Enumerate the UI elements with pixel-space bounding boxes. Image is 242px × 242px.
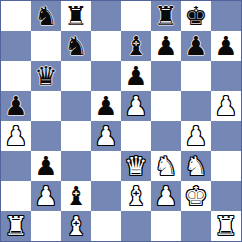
piece-white-pawn-h5[interactable]: ♟ — [214, 91, 237, 121]
square-a2[interactable] — [1, 181, 31, 211]
square-g3[interactable]: ♞ — [181, 151, 211, 181]
square-b3[interactable]: ♟ — [31, 151, 61, 181]
square-g6[interactable] — [181, 61, 211, 91]
piece-white-bishop-e2[interactable]: ♝ — [124, 181, 147, 211]
square-e8[interactable] — [121, 1, 151, 31]
square-c6[interactable] — [61, 61, 91, 91]
chessboard-container: ♞♜♜♚♞♝♟♟♟♛♟♟♟♟♟♟♟♟♟♛♞♞♟♝♝♟♚♜♝♜ — [0, 0, 242, 242]
square-g1[interactable] — [181, 211, 211, 241]
square-d8[interactable] — [91, 1, 121, 31]
piece-black-bishop-e7[interactable]: ♝ — [124, 31, 147, 61]
square-e1[interactable] — [121, 211, 151, 241]
square-f5[interactable] — [151, 91, 181, 121]
square-g8[interactable]: ♚ — [181, 1, 211, 31]
square-a6[interactable] — [1, 61, 31, 91]
piece-white-pawn-e5[interactable]: ♟ — [124, 91, 147, 121]
square-c1[interactable]: ♝ — [61, 211, 91, 241]
piece-black-queen-b6[interactable]: ♛ — [34, 61, 57, 91]
square-f1[interactable] — [151, 211, 181, 241]
square-h6[interactable] — [211, 61, 241, 91]
square-e3[interactable]: ♛ — [121, 151, 151, 181]
square-e2[interactable]: ♝ — [121, 181, 151, 211]
piece-black-pawn-f7[interactable]: ♟ — [154, 31, 177, 61]
piece-white-pawn-g4[interactable]: ♟ — [184, 121, 207, 151]
piece-black-pawn-e6[interactable]: ♟ — [124, 61, 147, 91]
piece-white-queen-e3[interactable]: ♛ — [124, 151, 147, 181]
piece-black-pawn-g7[interactable]: ♟ — [184, 31, 207, 61]
piece-white-bishop-c1[interactable]: ♝ — [64, 211, 87, 241]
piece-black-rook-f8[interactable]: ♜ — [154, 1, 177, 31]
square-d1[interactable] — [91, 211, 121, 241]
piece-black-knight-b8[interactable]: ♞ — [34, 1, 57, 31]
square-d4[interactable]: ♟ — [91, 121, 121, 151]
square-d3[interactable] — [91, 151, 121, 181]
square-f8[interactable]: ♜ — [151, 1, 181, 31]
square-a5[interactable]: ♟ — [1, 91, 31, 121]
square-g2[interactable]: ♚ — [181, 181, 211, 211]
square-g5[interactable] — [181, 91, 211, 121]
square-e5[interactable]: ♟ — [121, 91, 151, 121]
square-b4[interactable] — [31, 121, 61, 151]
piece-black-rook-c8[interactable]: ♜ — [64, 1, 87, 31]
square-h5[interactable]: ♟ — [211, 91, 241, 121]
square-c5[interactable] — [61, 91, 91, 121]
square-b6[interactable]: ♛ — [31, 61, 61, 91]
square-b5[interactable] — [31, 91, 61, 121]
square-a7[interactable] — [1, 31, 31, 61]
square-d2[interactable] — [91, 181, 121, 211]
piece-black-knight-c7[interactable]: ♞ — [64, 31, 87, 61]
square-c7[interactable]: ♞ — [61, 31, 91, 61]
square-g4[interactable]: ♟ — [181, 121, 211, 151]
piece-black-pawn-d5[interactable]: ♟ — [94, 91, 117, 121]
square-b7[interactable] — [31, 31, 61, 61]
piece-black-pawn-a5[interactable]: ♟ — [4, 91, 27, 121]
square-c4[interactable] — [61, 121, 91, 151]
square-c2[interactable]: ♝ — [61, 181, 91, 211]
square-c3[interactable] — [61, 151, 91, 181]
square-h1[interactable]: ♜ — [211, 211, 241, 241]
square-f4[interactable] — [151, 121, 181, 151]
piece-white-knight-g3[interactable]: ♞ — [184, 151, 207, 181]
square-a3[interactable] — [1, 151, 31, 181]
piece-white-pawn-d4[interactable]: ♟ — [94, 121, 117, 151]
piece-white-pawn-b2[interactable]: ♟ — [34, 181, 57, 211]
square-a4[interactable]: ♟ — [1, 121, 31, 151]
piece-white-king-g2[interactable]: ♚ — [184, 181, 207, 211]
square-c8[interactable]: ♜ — [61, 1, 91, 31]
piece-white-rook-a1[interactable]: ♜ — [4, 211, 27, 241]
square-f7[interactable]: ♟ — [151, 31, 181, 61]
square-f6[interactable] — [151, 61, 181, 91]
square-h8[interactable] — [211, 1, 241, 31]
square-f2[interactable]: ♟ — [151, 181, 181, 211]
piece-black-pawn-b3[interactable]: ♟ — [34, 151, 57, 181]
piece-white-pawn-a4[interactable]: ♟ — [4, 121, 27, 151]
square-g7[interactable]: ♟ — [181, 31, 211, 61]
square-d6[interactable] — [91, 61, 121, 91]
square-h7[interactable]: ♟ — [211, 31, 241, 61]
square-e4[interactable] — [121, 121, 151, 151]
square-f3[interactable]: ♞ — [151, 151, 181, 181]
piece-white-knight-f3[interactable]: ♞ — [154, 151, 177, 181]
piece-white-rook-h1[interactable]: ♜ — [214, 211, 237, 241]
chess-board: ♞♜♜♚♞♝♟♟♟♛♟♟♟♟♟♟♟♟♟♛♞♞♟♝♝♟♚♜♝♜ — [0, 0, 242, 242]
square-h2[interactable] — [211, 181, 241, 211]
square-e7[interactable]: ♝ — [121, 31, 151, 61]
square-a1[interactable]: ♜ — [1, 211, 31, 241]
piece-black-pawn-h7[interactable]: ♟ — [214, 31, 237, 61]
square-d7[interactable] — [91, 31, 121, 61]
square-e6[interactable]: ♟ — [121, 61, 151, 91]
piece-black-bishop-c2[interactable]: ♝ — [64, 181, 87, 211]
square-b8[interactable]: ♞ — [31, 1, 61, 31]
square-d5[interactable]: ♟ — [91, 91, 121, 121]
piece-white-pawn-f2[interactable]: ♟ — [154, 181, 177, 211]
piece-black-king-g8[interactable]: ♚ — [184, 1, 207, 31]
square-h3[interactable] — [211, 151, 241, 181]
square-b2[interactable]: ♟ — [31, 181, 61, 211]
square-h4[interactable] — [211, 121, 241, 151]
square-a8[interactable] — [1, 1, 31, 31]
square-b1[interactable] — [31, 211, 61, 241]
